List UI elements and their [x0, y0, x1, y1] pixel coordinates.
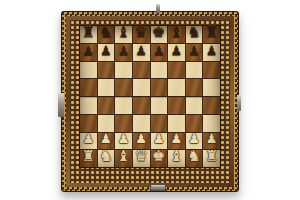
- square-e4[interactable]: [151, 97, 168, 114]
- white-pawn-c2[interactable]: ♟: [118, 132, 130, 145]
- square-d3[interactable]: [133, 115, 150, 132]
- square-a3[interactable]: [80, 115, 97, 132]
- white-pawn-e2[interactable]: ♟: [153, 132, 165, 145]
- square-f3[interactable]: [168, 115, 185, 132]
- black-bishop-c8[interactable]: ♝: [117, 25, 130, 40]
- square-a8[interactable]: ♜: [80, 26, 97, 43]
- white-rook-a1[interactable]: ♜: [82, 149, 95, 164]
- photo-scene: ♜♞♝♛♚♝♞♜♟♟♟♟♟♟♟♟♟♟♟♟♟♟♟♟♜♞♝♛♚♝♞♜: [0, 0, 300, 200]
- square-d6[interactable]: [133, 62, 150, 79]
- square-b3[interactable]: [98, 115, 115, 132]
- square-h3[interactable]: [203, 115, 220, 132]
- square-d4[interactable]: [133, 97, 150, 114]
- square-h7[interactable]: ♟: [203, 44, 220, 61]
- square-a7[interactable]: ♟: [80, 44, 97, 61]
- square-g6[interactable]: [186, 62, 203, 79]
- white-pawn-g2[interactable]: ♟: [188, 132, 200, 145]
- black-queen-d8[interactable]: ♛: [134, 25, 147, 40]
- square-h5[interactable]: [203, 79, 220, 96]
- left-side-hinge-icon: [58, 93, 64, 117]
- square-h6[interactable]: [203, 62, 220, 79]
- square-b1[interactable]: ♞: [98, 150, 115, 167]
- square-h4[interactable]: [203, 97, 220, 114]
- black-bishop-f8[interactable]: ♝: [170, 25, 183, 40]
- square-c7[interactable]: ♟: [115, 44, 132, 61]
- black-pawn-d7[interactable]: ♟: [135, 44, 147, 57]
- square-g1[interactable]: ♞: [186, 150, 203, 167]
- black-pawn-e7[interactable]: ♟: [153, 44, 165, 57]
- right-side-hinge-icon: [237, 95, 241, 111]
- white-bishop-f1[interactable]: ♝: [170, 149, 183, 164]
- square-e6[interactable]: [151, 62, 168, 79]
- square-h1[interactable]: ♜: [203, 150, 220, 167]
- square-f1[interactable]: ♝: [168, 150, 185, 167]
- square-a1[interactable]: ♜: [80, 150, 97, 167]
- square-c8[interactable]: ♝: [115, 26, 132, 43]
- square-d8[interactable]: ♛: [133, 26, 150, 43]
- square-a6[interactable]: [80, 62, 97, 79]
- white-pawn-d2[interactable]: ♟: [135, 132, 147, 145]
- square-f8[interactable]: ♝: [168, 26, 185, 43]
- black-pawn-a7[interactable]: ♟: [82, 44, 94, 57]
- black-pawn-b7[interactable]: ♟: [100, 44, 112, 57]
- white-pawn-h2[interactable]: ♟: [206, 132, 218, 145]
- wooden-chess-box: ♜♞♝♛♚♝♞♜♟♟♟♟♟♟♟♟♟♟♟♟♟♟♟♟♜♞♝♛♚♝♞♜: [61, 11, 239, 192]
- square-b4[interactable]: [98, 97, 115, 114]
- square-e3[interactable]: [151, 115, 168, 132]
- square-b5[interactable]: [98, 79, 115, 96]
- black-pawn-c7[interactable]: ♟: [118, 44, 130, 57]
- black-knight-g8[interactable]: ♞: [187, 25, 200, 40]
- square-g4[interactable]: [186, 97, 203, 114]
- square-e7[interactable]: ♟: [151, 44, 168, 61]
- black-pawn-g7[interactable]: ♟: [188, 44, 200, 57]
- square-c6[interactable]: [115, 62, 132, 79]
- square-c1[interactable]: ♝: [115, 150, 132, 167]
- square-e5[interactable]: [151, 79, 168, 96]
- square-g5[interactable]: [186, 79, 203, 96]
- white-pawn-a2[interactable]: ♟: [82, 132, 94, 145]
- hinge-pin: [156, 4, 160, 13]
- square-f7[interactable]: ♟: [168, 44, 185, 61]
- square-h8[interactable]: ♜: [203, 26, 220, 43]
- square-c3[interactable]: [115, 115, 132, 132]
- square-e1[interactable]: ♚: [151, 150, 168, 167]
- black-pawn-f7[interactable]: ♟: [171, 44, 183, 57]
- black-knight-b8[interactable]: ♞: [99, 25, 112, 40]
- playfield: ♜♞♝♛♚♝♞♜♟♟♟♟♟♟♟♟♟♟♟♟♟♟♟♟♜♞♝♛♚♝♞♜: [79, 25, 221, 168]
- square-e8[interactable]: ♚: [151, 26, 168, 43]
- white-knight-b1[interactable]: ♞: [99, 149, 112, 164]
- black-rook-a8[interactable]: ♜: [82, 25, 95, 40]
- square-b6[interactable]: [98, 62, 115, 79]
- square-g7[interactable]: ♟: [186, 44, 203, 61]
- square-f5[interactable]: [168, 79, 185, 96]
- square-b7[interactable]: ♟: [98, 44, 115, 61]
- white-king-e1[interactable]: ♚: [152, 149, 165, 164]
- square-f6[interactable]: [168, 62, 185, 79]
- square-d1[interactable]: ♛: [133, 150, 150, 167]
- square-c5[interactable]: [115, 79, 132, 96]
- latch-clasp: [150, 184, 166, 191]
- black-king-e8[interactable]: ♚: [152, 25, 165, 40]
- square-d7[interactable]: ♟: [133, 44, 150, 61]
- square-a4[interactable]: [80, 97, 97, 114]
- square-c4[interactable]: [115, 97, 132, 114]
- white-queen-d1[interactable]: ♛: [134, 149, 147, 164]
- square-b8[interactable]: ♞: [98, 26, 115, 43]
- white-pawn-f2[interactable]: ♟: [171, 132, 183, 145]
- white-knight-g1[interactable]: ♞: [187, 149, 200, 164]
- white-rook-h1[interactable]: ♜: [205, 149, 218, 164]
- black-pawn-h7[interactable]: ♟: [206, 44, 218, 57]
- white-bishop-c1[interactable]: ♝: [117, 149, 130, 164]
- square-f4[interactable]: [168, 97, 185, 114]
- black-rook-h8[interactable]: ♜: [205, 25, 218, 40]
- square-g8[interactable]: ♞: [186, 26, 203, 43]
- square-a5[interactable]: [80, 79, 97, 96]
- white-pawn-b2[interactable]: ♟: [100, 132, 112, 145]
- square-g3[interactable]: [186, 115, 203, 132]
- square-d5[interactable]: [133, 79, 150, 96]
